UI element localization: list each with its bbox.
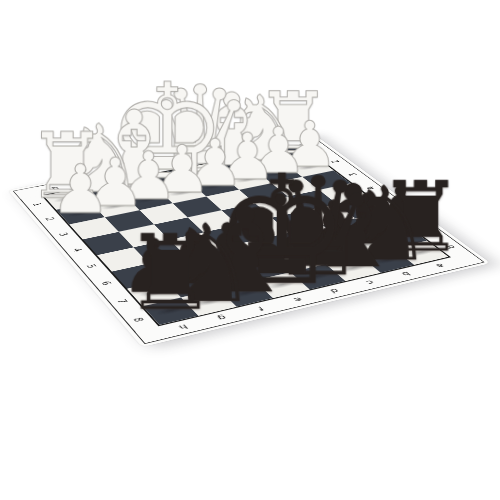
chessboard-mat: hgfedcba 12345678 ♜♞♝♚♛♝♞♜♟♟♟♟♟♟♟♟♟♟♟♟♟♟… — [8, 132, 490, 347]
chessboard-border: hgfedcba 12345678 ♜♞♝♚♛♝♞♜♟♟♟♟♟♟♟♟♟♟♟♟♟♟… — [13, 134, 485, 344]
coordinate-label: 2 — [28, 211, 71, 227]
chessboard-grid: ♜♞♝♚♛♝♞♜♟♟♟♟♟♟♟♟♟♟♟♟♟♟♟♟♜♞♝♚♛♝♞♜ — [41, 145, 451, 327]
product-photo: hgfedcba 12345678 ♜♞♝♚♛♝♞♜♟♟♟♟♟♟♟♟♟♟♟♟♟♟… — [0, 0, 500, 500]
piece-black-rook: ♜ — [124, 221, 218, 325]
board-scene: hgfedcba 12345678 ♜♞♝♚♛♝♞♜♟♟♟♟♟♟♟♟♟♟♟♟♟♟… — [58, 45, 418, 405]
